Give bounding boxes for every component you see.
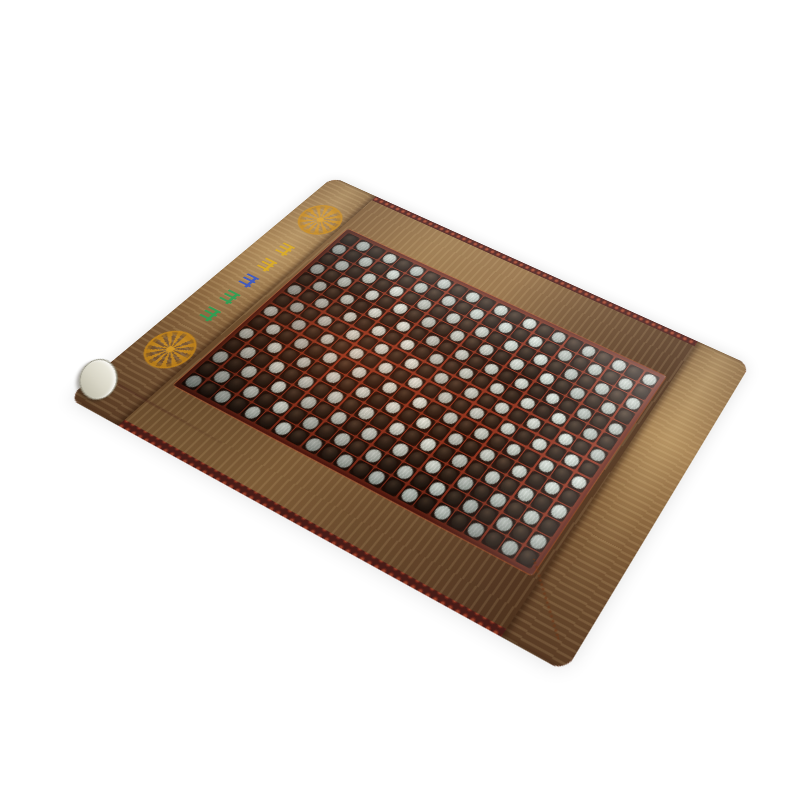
photo-stage	[0, 0, 800, 800]
embroidered-glyph	[218, 289, 241, 305]
embroidered-glyph	[255, 258, 277, 273]
stone-dark	[597, 434, 616, 450]
mat-perspective-wrapper	[68, 177, 750, 672]
heating-mat	[68, 177, 750, 672]
embroidered-glyph	[237, 273, 260, 288]
